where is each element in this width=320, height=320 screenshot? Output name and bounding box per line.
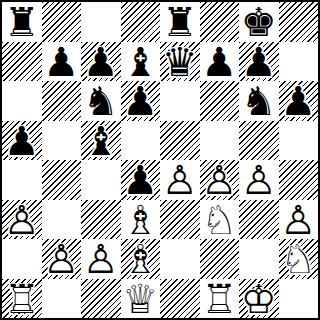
square-g3[interactable] (239, 200, 279, 240)
white-king: ♚♔ (239, 279, 279, 319)
black-pawn: ♟♟ (121, 160, 161, 200)
black-bishop-fill: ♝ (122, 42, 158, 82)
white-rook-glyph: ♖ (4, 279, 40, 319)
square-b2[interactable]: ♟♙ (42, 239, 82, 279)
white-pawn: ♟♙ (2, 200, 42, 240)
black-rook: ♜♜ (160, 2, 200, 42)
black-king: ♚♚ (239, 2, 279, 42)
black-knight: ♞♞ (239, 81, 279, 121)
square-e4[interactable]: ♟♙ (160, 160, 200, 200)
square-a1[interactable]: ♜♖ (2, 279, 42, 319)
black-pawn-glyph: ♟ (122, 160, 158, 200)
white-rook: ♜♖ (2, 279, 42, 319)
black-queen: ♛♛ (160, 42, 200, 82)
square-b6[interactable] (42, 81, 82, 121)
square-g7[interactable]: ♟♟ (239, 42, 279, 82)
white-pawn-fill: ♟ (83, 239, 119, 279)
square-e5[interactable] (160, 121, 200, 161)
square-h1[interactable] (279, 279, 319, 319)
black-pawn: ♟♟ (200, 42, 240, 82)
square-e6[interactable] (160, 81, 200, 121)
black-pawn-glyph: ♟ (241, 42, 277, 82)
white-pawn: ♟♙ (42, 239, 82, 279)
white-pawn-fill: ♟ (201, 160, 237, 200)
square-c3[interactable] (81, 200, 121, 240)
square-a7[interactable] (2, 42, 42, 82)
black-pawn: ♟♟ (239, 42, 279, 82)
square-a2[interactable] (2, 239, 42, 279)
white-rook-fill: ♜ (201, 279, 237, 319)
square-c2[interactable]: ♟♙ (81, 239, 121, 279)
black-knight: ♞♞ (81, 81, 121, 121)
white-knight: ♞♘ (200, 200, 240, 240)
white-pawn-glyph: ♙ (201, 160, 237, 200)
square-c8[interactable] (81, 2, 121, 42)
black-pawn-glyph: ♟ (122, 81, 158, 121)
square-b7[interactable]: ♟♟ (42, 42, 82, 82)
white-king-fill: ♚ (241, 279, 277, 319)
black-rook-glyph: ♜ (162, 2, 198, 42)
black-pawn: ♟♟ (279, 81, 319, 121)
white-bishop-glyph: ♗ (122, 239, 158, 279)
square-d1[interactable]: ♛♕ (121, 279, 161, 319)
black-rook-fill: ♜ (162, 2, 198, 42)
black-pawn-fill: ♟ (122, 160, 158, 200)
square-b5[interactable] (42, 121, 82, 161)
white-knight-glyph: ♘ (280, 239, 316, 279)
black-bishop-glyph: ♝ (83, 121, 119, 161)
white-queen-fill: ♛ (122, 279, 158, 319)
white-pawn-glyph: ♙ (83, 239, 119, 279)
square-e7[interactable]: ♛♛ (160, 42, 200, 82)
white-pawn-fill: ♟ (162, 160, 198, 200)
black-queen-glyph: ♛ (162, 42, 198, 82)
white-pawn-fill: ♟ (43, 239, 79, 279)
square-e1[interactable] (160, 279, 200, 319)
square-f1[interactable]: ♜♖ (200, 279, 240, 319)
black-bishop: ♝♝ (121, 42, 161, 82)
white-pawn: ♟♙ (200, 160, 240, 200)
white-knight-fill: ♞ (201, 200, 237, 240)
black-pawn-fill: ♟ (201, 42, 237, 82)
square-h3[interactable]: ♟♙ (279, 200, 319, 240)
black-pawn-glyph: ♟ (4, 121, 40, 161)
square-a3[interactable]: ♟♙ (2, 200, 42, 240)
white-rook: ♜♖ (200, 279, 240, 319)
square-c5[interactable]: ♝♝ (81, 121, 121, 161)
square-h5[interactable] (279, 121, 319, 161)
white-queen: ♛♕ (121, 279, 161, 319)
black-pawn-fill: ♟ (83, 42, 119, 82)
black-rook: ♜♜ (2, 2, 42, 42)
square-g5[interactable] (239, 121, 279, 161)
square-d3[interactable]: ♝♗ (121, 200, 161, 240)
black-knight-glyph: ♞ (241, 81, 277, 121)
square-d6[interactable]: ♟♟ (121, 81, 161, 121)
square-c7[interactable]: ♟♟ (81, 42, 121, 82)
black-knight-fill: ♞ (83, 81, 119, 121)
square-g6[interactable]: ♞♞ (239, 81, 279, 121)
black-pawn-fill: ♟ (241, 42, 277, 82)
white-bishop-fill: ♝ (122, 200, 158, 240)
square-a4[interactable] (2, 160, 42, 200)
white-pawn-fill: ♟ (280, 200, 316, 240)
square-d2[interactable]: ♝♗ (121, 239, 161, 279)
square-h2[interactable]: ♞♘ (279, 239, 319, 279)
black-pawn-fill: ♟ (4, 121, 40, 161)
black-pawn: ♟♟ (81, 42, 121, 82)
white-pawn-glyph: ♙ (280, 200, 316, 240)
white-pawn-fill: ♟ (4, 200, 40, 240)
white-king-glyph: ♔ (241, 279, 277, 319)
black-rook-fill: ♜ (4, 2, 40, 42)
white-pawn: ♟♙ (239, 160, 279, 200)
white-bishop: ♝♗ (121, 239, 161, 279)
white-pawn-fill: ♟ (241, 160, 277, 200)
black-pawn-glyph: ♟ (83, 42, 119, 82)
white-knight-fill: ♞ (280, 239, 316, 279)
white-pawn: ♟♙ (279, 200, 319, 240)
white-pawn-glyph: ♙ (162, 160, 198, 200)
square-d5[interactable] (121, 121, 161, 161)
white-queen-glyph: ♕ (122, 279, 158, 319)
white-bishop-glyph: ♗ (122, 200, 158, 240)
black-pawn-glyph: ♟ (201, 42, 237, 82)
white-bishop-fill: ♝ (122, 239, 158, 279)
square-h6[interactable]: ♟♟ (279, 81, 319, 121)
square-f7[interactable]: ♟♟ (200, 42, 240, 82)
black-pawn-fill: ♟ (43, 42, 79, 82)
square-d4[interactable]: ♟♟ (121, 160, 161, 200)
square-f6[interactable] (200, 81, 240, 121)
square-f2[interactable] (200, 239, 240, 279)
white-pawn: ♟♙ (160, 160, 200, 200)
square-a8[interactable]: ♜♜ (2, 2, 42, 42)
square-f8[interactable] (200, 2, 240, 42)
square-g8[interactable]: ♚♚ (239, 2, 279, 42)
square-c1[interactable] (81, 279, 121, 319)
white-knight: ♞♘ (279, 239, 319, 279)
black-knight-fill: ♞ (241, 81, 277, 121)
square-g2[interactable] (239, 239, 279, 279)
black-bishop-fill: ♝ (83, 121, 119, 161)
black-knight-glyph: ♞ (83, 81, 119, 121)
white-pawn-glyph: ♙ (43, 239, 79, 279)
white-rook-glyph: ♖ (201, 279, 237, 319)
square-b3[interactable] (42, 200, 82, 240)
square-e3[interactable] (160, 200, 200, 240)
white-pawn-glyph: ♙ (241, 160, 277, 200)
black-rook-glyph: ♜ (4, 2, 40, 42)
chess-board: ♜♜♜♜♚♚♟♟♟♟♝♝♛♛♟♟♟♟♞♞♟♟♞♞♟♟♟♟♝♝♟♟♟♙♟♙♟♙♟♙… (0, 0, 320, 320)
square-b4[interactable] (42, 160, 82, 200)
white-knight-glyph: ♘ (201, 200, 237, 240)
white-pawn-glyph: ♙ (4, 200, 40, 240)
square-a6[interactable] (2, 81, 42, 121)
square-c6[interactable]: ♞♞ (81, 81, 121, 121)
black-king-glyph: ♚ (241, 2, 277, 42)
black-bishop-glyph: ♝ (122, 42, 158, 82)
square-b8[interactable] (42, 2, 82, 42)
black-pawn-fill: ♟ (122, 81, 158, 121)
square-e8[interactable]: ♜♜ (160, 2, 200, 42)
square-h7[interactable] (279, 42, 319, 82)
square-h4[interactable] (279, 160, 319, 200)
square-h8[interactable] (279, 2, 319, 42)
square-f5[interactable] (200, 121, 240, 161)
black-pawn: ♟♟ (2, 121, 42, 161)
black-pawn-glyph: ♟ (280, 81, 316, 121)
black-pawn-fill: ♟ (280, 81, 316, 121)
black-pawn-glyph: ♟ (43, 42, 79, 82)
black-bishop: ♝♝ (81, 121, 121, 161)
black-pawn: ♟♟ (121, 81, 161, 121)
white-bishop: ♝♗ (121, 200, 161, 240)
square-f4[interactable]: ♟♙ (200, 160, 240, 200)
white-rook-fill: ♜ (4, 279, 40, 319)
square-b1[interactable] (42, 279, 82, 319)
black-queen-fill: ♛ (162, 42, 198, 82)
square-a5[interactable]: ♟♟ (2, 121, 42, 161)
white-pawn: ♟♙ (81, 239, 121, 279)
square-d8[interactable] (121, 2, 161, 42)
square-e2[interactable] (160, 239, 200, 279)
square-c4[interactable] (81, 160, 121, 200)
black-pawn: ♟♟ (42, 42, 82, 82)
black-king-fill: ♚ (241, 2, 277, 42)
square-d7[interactable]: ♝♝ (121, 42, 161, 82)
square-f3[interactable]: ♞♘ (200, 200, 240, 240)
square-g1[interactable]: ♚♔ (239, 279, 279, 319)
square-g4[interactable]: ♟♙ (239, 160, 279, 200)
